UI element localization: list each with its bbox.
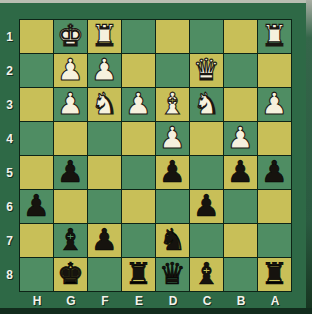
square-d3[interactable]: ♝ — [156, 88, 189, 121]
square-h6[interactable]: ♟ — [20, 190, 53, 223]
square-e1[interactable] — [122, 20, 155, 53]
square-c5[interactable] — [190, 156, 223, 189]
chess-window: 12345678 ♚♜♜♟♟♛♟♞♟♝♞♟♟♟♟♟♟♟♟♟♝♟♞♚♜♛♝♜ HG… — [0, 0, 312, 314]
square-h1[interactable] — [20, 20, 53, 53]
black-pawn[interactable]: ♟ — [261, 157, 288, 187]
white-rook[interactable]: ♜ — [91, 21, 118, 51]
rank-label-7: 7 — [1, 224, 18, 258]
white-pawn[interactable]: ♟ — [159, 123, 186, 153]
black-king[interactable]: ♚ — [57, 259, 84, 289]
square-h2[interactable] — [20, 54, 53, 87]
square-h5[interactable] — [20, 156, 53, 189]
square-c8[interactable]: ♝ — [190, 258, 223, 291]
square-b8[interactable] — [224, 258, 257, 291]
square-a4[interactable] — [258, 122, 291, 155]
square-f8[interactable] — [88, 258, 121, 291]
square-c4[interactable] — [190, 122, 223, 155]
square-b5[interactable]: ♟ — [224, 156, 257, 189]
white-pawn[interactable]: ♟ — [91, 55, 118, 85]
white-rook[interactable]: ♜ — [261, 21, 288, 51]
square-e3[interactable]: ♟ — [122, 88, 155, 121]
square-b7[interactable] — [224, 224, 257, 257]
file-label-g: G — [54, 294, 88, 309]
file-label-h: H — [20, 294, 54, 309]
square-e4[interactable] — [122, 122, 155, 155]
square-g6[interactable] — [54, 190, 87, 223]
file-label-f: F — [88, 294, 122, 309]
square-c2[interactable]: ♛ — [190, 54, 223, 87]
window-top-edge — [0, 0, 312, 3]
file-label-e: E — [122, 294, 156, 309]
rank-label-1: 1 — [1, 20, 18, 54]
square-g2[interactable]: ♟ — [54, 54, 87, 87]
white-pawn[interactable]: ♟ — [57, 55, 84, 85]
square-e5[interactable] — [122, 156, 155, 189]
white-pawn[interactable]: ♟ — [57, 89, 84, 119]
square-f3[interactable]: ♞ — [88, 88, 121, 121]
square-h8[interactable] — [20, 258, 53, 291]
square-h4[interactable] — [20, 122, 53, 155]
square-a7[interactable] — [258, 224, 291, 257]
square-f1[interactable]: ♜ — [88, 20, 121, 53]
square-a8[interactable]: ♜ — [258, 258, 291, 291]
square-e2[interactable] — [122, 54, 155, 87]
rank-label-6: 6 — [1, 190, 18, 224]
black-bishop[interactable]: ♝ — [193, 259, 220, 289]
square-a5[interactable]: ♟ — [258, 156, 291, 189]
black-knight[interactable]: ♞ — [159, 225, 186, 255]
square-e7[interactable] — [122, 224, 155, 257]
file-label-c: C — [190, 294, 224, 309]
white-bishop[interactable]: ♝ — [159, 89, 186, 119]
white-pawn[interactable]: ♟ — [125, 89, 152, 119]
black-queen[interactable]: ♛ — [159, 259, 186, 289]
file-label-a: A — [258, 294, 292, 309]
file-label-d: D — [156, 294, 190, 309]
black-pawn[interactable]: ♟ — [91, 225, 118, 255]
square-c3[interactable]: ♞ — [190, 88, 223, 121]
black-pawn[interactable]: ♟ — [227, 157, 254, 187]
square-g7[interactable]: ♝ — [54, 224, 87, 257]
square-d6[interactable] — [156, 190, 189, 223]
rank-label-8: 8 — [1, 258, 18, 292]
square-f7[interactable]: ♟ — [88, 224, 121, 257]
square-c1[interactable] — [190, 20, 223, 53]
white-pawn[interactable]: ♟ — [261, 89, 288, 119]
square-g4[interactable] — [54, 122, 87, 155]
square-c7[interactable] — [190, 224, 223, 257]
square-g3[interactable]: ♟ — [54, 88, 87, 121]
window-right-edge — [306, 0, 312, 314]
square-f4[interactable] — [88, 122, 121, 155]
black-pawn[interactable]: ♟ — [23, 191, 50, 221]
white-pawn[interactable]: ♟ — [227, 123, 254, 153]
square-h7[interactable] — [20, 224, 53, 257]
square-g1[interactable]: ♚ — [54, 20, 87, 53]
square-b6[interactable] — [224, 190, 257, 223]
white-queen[interactable]: ♛ — [193, 55, 220, 85]
square-f5[interactable] — [88, 156, 121, 189]
white-king[interactable]: ♚ — [57, 21, 84, 51]
square-d5[interactable]: ♟ — [156, 156, 189, 189]
square-d1[interactable] — [156, 20, 189, 53]
square-b3[interactable] — [224, 88, 257, 121]
rank-label-2: 2 — [1, 54, 18, 88]
square-a6[interactable] — [258, 190, 291, 223]
square-e8[interactable]: ♜ — [122, 258, 155, 291]
square-d8[interactable]: ♛ — [156, 258, 189, 291]
black-pawn[interactable]: ♟ — [193, 191, 220, 221]
black-pawn[interactable]: ♟ — [57, 157, 84, 187]
square-f2[interactable]: ♟ — [88, 54, 121, 87]
black-pawn[interactable]: ♟ — [159, 157, 186, 187]
square-f6[interactable] — [88, 190, 121, 223]
white-knight[interactable]: ♞ — [193, 89, 220, 119]
square-a2[interactable] — [258, 54, 291, 87]
black-rook[interactable]: ♜ — [261, 259, 288, 289]
black-bishop[interactable]: ♝ — [57, 225, 84, 255]
white-knight[interactable]: ♞ — [91, 89, 118, 119]
square-b2[interactable] — [224, 54, 257, 87]
file-label-b: B — [224, 294, 258, 309]
rank-label-3: 3 — [1, 88, 18, 122]
square-d4[interactable]: ♟ — [156, 122, 189, 155]
square-g5[interactable]: ♟ — [54, 156, 87, 189]
square-b1[interactable] — [224, 20, 257, 53]
board: ♚♜♜♟♟♛♟♞♟♝♞♟♟♟♟♟♟♟♟♟♝♟♞♚♜♛♝♜ — [19, 19, 292, 292]
rank-label-4: 4 — [1, 122, 18, 156]
square-h3[interactable] — [20, 88, 53, 121]
square-a1[interactable]: ♜ — [258, 20, 291, 53]
square-a3[interactable]: ♟ — [258, 88, 291, 121]
black-rook[interactable]: ♜ — [125, 259, 152, 289]
square-e6[interactable] — [122, 190, 155, 223]
square-g8[interactable]: ♚ — [54, 258, 87, 291]
square-d7[interactable]: ♞ — [156, 224, 189, 257]
rank-label-5: 5 — [1, 156, 18, 190]
square-c6[interactable]: ♟ — [190, 190, 223, 223]
square-b4[interactable]: ♟ — [224, 122, 257, 155]
square-d2[interactable] — [156, 54, 189, 87]
